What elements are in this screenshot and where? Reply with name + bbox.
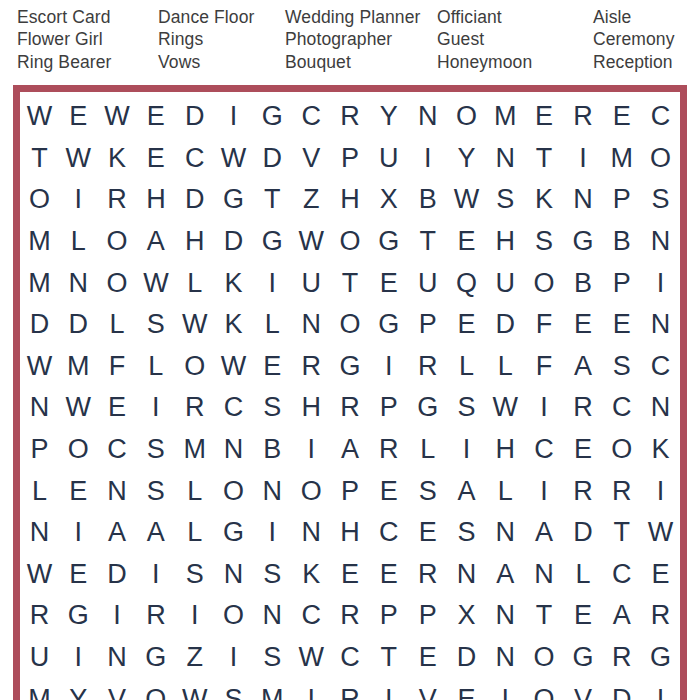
grid-cell[interactable]: U	[486, 262, 525, 304]
grid-cell[interactable]: H	[486, 221, 525, 263]
grid-cell[interactable]: E	[564, 595, 603, 637]
grid-cell[interactable]: I	[447, 429, 486, 471]
grid-cell[interactable]: A	[98, 512, 137, 554]
grid-cell[interactable]: E	[59, 554, 98, 596]
grid-cell[interactable]: N	[564, 179, 603, 221]
grid-cell[interactable]: L	[175, 512, 214, 554]
grid-cell[interactable]: C	[214, 387, 253, 429]
grid-cell[interactable]: R	[136, 595, 175, 637]
grid-cell[interactable]: R	[20, 595, 59, 637]
grid-cell[interactable]: A	[136, 512, 175, 554]
grid-cell[interactable]: R	[564, 470, 603, 512]
grid-cell[interactable]: S	[525, 221, 564, 263]
grid-cell[interactable]: E	[447, 678, 486, 700]
grid-cell[interactable]: O	[214, 470, 253, 512]
grid-cell[interactable]: C	[331, 637, 370, 679]
grid-cell[interactable]: L	[59, 221, 98, 263]
grid-cell[interactable]: N	[486, 595, 525, 637]
grid-cell[interactable]: O	[175, 346, 214, 388]
grid-cell[interactable]: W	[136, 262, 175, 304]
grid-cell[interactable]: N	[641, 304, 680, 346]
word-list-column: OfficiantGuestHoneymoon	[437, 6, 532, 73]
grid-cell[interactable]: O	[292, 470, 331, 512]
grid-cell[interactable]: W	[175, 304, 214, 346]
grid-cell[interactable]: W	[59, 387, 98, 429]
grid-cell[interactable]: W	[292, 637, 331, 679]
grid-cell[interactable]: H	[331, 512, 370, 554]
grid-cell[interactable]: O	[59, 429, 98, 471]
word-list-column: Escort CardFlower GirlRing Bearer	[17, 6, 111, 73]
grid-cell[interactable]: C	[369, 512, 408, 554]
grid-cell[interactable]: L	[447, 346, 486, 388]
word-list-item: Flower Girl	[17, 28, 111, 50]
grid-cell[interactable]: E	[408, 637, 447, 679]
grid-cell[interactable]: R	[331, 387, 370, 429]
grid-cell[interactable]: G	[369, 304, 408, 346]
grid-cell[interactable]: N	[641, 387, 680, 429]
grid-cell[interactable]: O	[525, 637, 564, 679]
grid-cell[interactable]: E	[408, 512, 447, 554]
word-list-column: Dance FloorRingsVows	[158, 6, 254, 73]
grid-cell[interactable]: G	[214, 179, 253, 221]
grid-cell[interactable]: G	[564, 221, 603, 263]
grid-cell[interactable]: S	[136, 429, 175, 471]
grid-cell[interactable]: R	[602, 470, 641, 512]
grid-cell[interactable]: R	[564, 96, 603, 138]
word-list-item: Ring Bearer	[17, 51, 111, 73]
word-list-item: Vows	[158, 51, 254, 73]
grid-cell[interactable]: P	[602, 262, 641, 304]
grid-cell[interactable]: T	[602, 512, 641, 554]
grid-cell[interactable]: I	[253, 512, 292, 554]
grid-cell[interactable]: O	[136, 678, 175, 700]
grid-cell[interactable]: K	[525, 179, 564, 221]
grid-cell[interactable]: I	[175, 595, 214, 637]
grid-cell[interactable]: O	[214, 595, 253, 637]
grid-cell[interactable]: S	[253, 387, 292, 429]
grid-cell[interactable]: M	[253, 678, 292, 700]
grid-cell[interactable]: H	[136, 179, 175, 221]
grid-cell[interactable]: P	[602, 179, 641, 221]
grid-cell[interactable]: I	[641, 470, 680, 512]
letter-grid: WEWEDIGCRYNOMERECTWKECWDVPUIYNTIMOOIRHDG…	[20, 92, 680, 700]
grid-cell[interactable]: L	[20, 470, 59, 512]
grid-cell[interactable]: O	[331, 304, 370, 346]
grid-cell[interactable]: N	[486, 138, 525, 180]
grid-cell[interactable]: U	[20, 637, 59, 679]
grid-cell[interactable]: B	[253, 429, 292, 471]
grid-cell[interactable]: L	[98, 304, 137, 346]
grid-cell[interactable]: T	[369, 637, 408, 679]
grid-cell[interactable]: R	[331, 595, 370, 637]
grid-cell[interactable]: D	[214, 221, 253, 263]
grid-cell[interactable]: D	[564, 512, 603, 554]
grid-cell[interactable]: N	[59, 262, 98, 304]
grid-cell[interactable]: L	[175, 262, 214, 304]
word-list-item: Rings	[158, 28, 254, 50]
grid-cell[interactable]: R	[331, 678, 370, 700]
grid-cell[interactable]: X	[447, 595, 486, 637]
grid-cell[interactable]: I	[292, 678, 331, 700]
grid-cell[interactable]: W	[447, 179, 486, 221]
grid-cell[interactable]: Q	[447, 262, 486, 304]
grid-cell[interactable]: L	[486, 346, 525, 388]
grid-cell[interactable]: N	[641, 221, 680, 263]
grid-cell[interactable]: S	[175, 554, 214, 596]
grid-cell[interactable]: E	[331, 554, 370, 596]
grid-cell[interactable]: I	[641, 262, 680, 304]
grid-cell[interactable]: E	[59, 470, 98, 512]
grid-cell[interactable]: I	[369, 678, 408, 700]
grid-cell[interactable]: C	[98, 429, 137, 471]
grid-cell[interactable]: C	[525, 429, 564, 471]
grid-cell[interactable]: H	[331, 179, 370, 221]
grid-cell[interactable]: R	[331, 96, 370, 138]
word-list-item: Guest	[437, 28, 532, 50]
grid-cell[interactable]: V	[98, 678, 137, 700]
grid-cell[interactable]: M	[59, 346, 98, 388]
grid-cell[interactable]: S	[214, 678, 253, 700]
word-list-item: Wedding Planner	[285, 6, 420, 28]
grid-cell[interactable]: D	[447, 637, 486, 679]
grid-cell[interactable]: K	[214, 304, 253, 346]
grid-cell[interactable]: W	[20, 554, 59, 596]
grid-cell[interactable]: L	[408, 429, 447, 471]
grid-cell[interactable]: N	[214, 554, 253, 596]
grid-cell[interactable]: C	[175, 138, 214, 180]
grid-cell[interactable]: M	[20, 262, 59, 304]
grid-cell[interactable]: V	[564, 678, 603, 700]
grid-cell[interactable]: I	[59, 179, 98, 221]
grid-cell[interactable]: O	[525, 678, 564, 700]
grid-cell[interactable]: I	[641, 678, 680, 700]
grid-cell[interactable]: A	[136, 221, 175, 263]
grid-cell[interactable]: C	[641, 96, 680, 138]
grid-cell[interactable]: G	[253, 221, 292, 263]
grid-cell[interactable]: W	[175, 678, 214, 700]
grid-cell[interactable]: Z	[292, 179, 331, 221]
grid-cell[interactable]: O	[525, 262, 564, 304]
grid-cell[interactable]: W	[486, 387, 525, 429]
grid-cell[interactable]: V	[408, 678, 447, 700]
grid-cell[interactable]: O	[20, 179, 59, 221]
grid-cell[interactable]: E	[602, 304, 641, 346]
grid-cell[interactable]: R	[292, 346, 331, 388]
grid-cell[interactable]: E	[525, 96, 564, 138]
grid-cell[interactable]: S	[641, 179, 680, 221]
grid-cell[interactable]: E	[136, 138, 175, 180]
grid-cell[interactable]: N	[525, 554, 564, 596]
grid-cell[interactable]: E	[369, 470, 408, 512]
word-list-column: Wedding PlannerPhotographerBouquet	[285, 6, 420, 73]
grid-cell[interactable]: N	[292, 304, 331, 346]
grid-cell[interactable]: E	[369, 262, 408, 304]
grid-cell[interactable]: A	[486, 554, 525, 596]
grid-cell[interactable]: N	[20, 387, 59, 429]
word-list-item: Bouquet	[285, 51, 420, 73]
word-list-item: Dance Floor	[158, 6, 254, 28]
grid-cell[interactable]: R	[98, 179, 137, 221]
grid-cell[interactable]: P	[369, 387, 408, 429]
grid-cell[interactable]: H	[486, 429, 525, 471]
grid-cell[interactable]: W	[59, 138, 98, 180]
grid-cell[interactable]: L	[486, 470, 525, 512]
grid-cell[interactable]: O	[641, 138, 680, 180]
grid-cell[interactable]: G	[369, 221, 408, 263]
grid-cell[interactable]: Y	[59, 678, 98, 700]
grid-cell[interactable]: T	[20, 138, 59, 180]
grid-cell[interactable]: K	[292, 554, 331, 596]
grid-cell[interactable]: N	[486, 512, 525, 554]
grid-cell[interactable]: I	[98, 595, 137, 637]
grid-cell[interactable]: W	[641, 512, 680, 554]
word-list-item: Escort Card	[17, 6, 111, 28]
grid-cell[interactable]: L	[136, 346, 175, 388]
grid-cell[interactable]: I	[564, 138, 603, 180]
grid-cell[interactable]: E	[564, 304, 603, 346]
grid-cell[interactable]: S	[136, 470, 175, 512]
grid-cell[interactable]: S	[136, 304, 175, 346]
grid-cell[interactable]: D	[175, 96, 214, 138]
grid-cell[interactable]: N	[447, 554, 486, 596]
grid-cell[interactable]: E	[253, 346, 292, 388]
grid-cell[interactable]: I	[253, 262, 292, 304]
grid-cell[interactable]: I	[369, 346, 408, 388]
grid-cell[interactable]: M	[602, 138, 641, 180]
grid-cell[interactable]: T	[525, 595, 564, 637]
grid-cell[interactable]: O	[602, 429, 641, 471]
grid-cell[interactable]: T	[408, 221, 447, 263]
grid-cell[interactable]: D	[486, 304, 525, 346]
grid-cell[interactable]: S	[253, 554, 292, 596]
grid-cell[interactable]: C	[641, 346, 680, 388]
grid-cell[interactable]: B	[408, 179, 447, 221]
word-search-page: Escort CardFlower GirlRing BearerDance F…	[0, 0, 700, 700]
grid-cell[interactable]: D	[253, 138, 292, 180]
grid-cell[interactable]: N	[408, 96, 447, 138]
grid-cell[interactable]: M	[20, 221, 59, 263]
grid-cell[interactable]: O	[447, 96, 486, 138]
grid-cell[interactable]: A	[525, 512, 564, 554]
grid-cell[interactable]: E	[447, 221, 486, 263]
grid-cell[interactable]: E	[369, 554, 408, 596]
grid-cell[interactable]: I	[136, 554, 175, 596]
grid-cell[interactable]: D	[602, 678, 641, 700]
word-list-column: AisleCeremonyReception	[593, 6, 675, 73]
grid-cell[interactable]: W	[214, 138, 253, 180]
grid-cell[interactable]: W	[20, 96, 59, 138]
grid-cell[interactable]: T	[331, 262, 370, 304]
grid-cell[interactable]: L	[564, 554, 603, 596]
grid-cell[interactable]: D	[98, 554, 137, 596]
grid-cell[interactable]: W	[98, 96, 137, 138]
grid-cell[interactable]: E	[602, 96, 641, 138]
grid-cell[interactable]: R	[408, 346, 447, 388]
grid-cell[interactable]: B	[602, 221, 641, 263]
grid-cell[interactable]: P	[408, 595, 447, 637]
grid-cell[interactable]: I	[214, 637, 253, 679]
grid-cell[interactable]: A	[447, 470, 486, 512]
grid-cell[interactable]: G	[214, 512, 253, 554]
grid-cell[interactable]: R	[564, 387, 603, 429]
grid-cell[interactable]: N	[20, 512, 59, 554]
grid-cell[interactable]: R	[641, 595, 680, 637]
grid-cell[interactable]: A	[564, 346, 603, 388]
grid-cell[interactable]: W	[214, 346, 253, 388]
grid-cell[interactable]: D	[175, 179, 214, 221]
grid-cell[interactable]: U	[292, 262, 331, 304]
grid-cell[interactable]: E	[641, 554, 680, 596]
grid-cell[interactable]: N	[253, 595, 292, 637]
grid-cell[interactable]: A	[331, 429, 370, 471]
grid-cell[interactable]: O	[98, 221, 137, 263]
grid-cell[interactable]: H	[292, 387, 331, 429]
grid-cell[interactable]: F	[525, 346, 564, 388]
grid-cell[interactable]: O	[331, 221, 370, 263]
grid-cell[interactable]: B	[564, 262, 603, 304]
grid-cell[interactable]: I	[292, 429, 331, 471]
grid-cell[interactable]: C	[602, 387, 641, 429]
grid-cell[interactable]: U	[408, 262, 447, 304]
word-list-item: Ceremony	[593, 28, 675, 50]
word-list: Escort CardFlower GirlRing BearerDance F…	[0, 6, 700, 78]
puzzle-grid-frame: WEWEDIGCRYNOMERECTWKECWDVPUIYNTIMOOIRHDG…	[13, 85, 687, 700]
grid-cell[interactable]: S	[486, 179, 525, 221]
grid-cell[interactable]: L	[253, 304, 292, 346]
grid-cell[interactable]: Y	[447, 138, 486, 180]
grid-cell[interactable]: D	[20, 304, 59, 346]
grid-cell[interactable]: L	[175, 470, 214, 512]
word-list-item: Aisle	[593, 6, 675, 28]
grid-cell[interactable]: R	[602, 637, 641, 679]
grid-cell[interactable]: I	[408, 138, 447, 180]
grid-cell[interactable]: W	[292, 221, 331, 263]
grid-cell[interactable]: S	[253, 637, 292, 679]
grid-cell[interactable]: U	[369, 138, 408, 180]
grid-cell[interactable]: F	[525, 304, 564, 346]
grid-cell[interactable]: P	[331, 138, 370, 180]
grid-cell[interactable]: K	[214, 262, 253, 304]
grid-cell[interactable]: C	[602, 554, 641, 596]
grid-cell[interactable]: P	[408, 304, 447, 346]
grid-cell[interactable]: K	[98, 138, 137, 180]
grid-cell[interactable]: C	[292, 595, 331, 637]
grid-cell[interactable]: I	[59, 637, 98, 679]
grid-cell[interactable]: G	[59, 595, 98, 637]
grid-cell[interactable]: E	[564, 429, 603, 471]
word-list-item: Honeymoon	[437, 51, 532, 73]
grid-cell[interactable]: K	[641, 429, 680, 471]
grid-cell[interactable]: D	[59, 304, 98, 346]
grid-cell[interactable]: H	[175, 221, 214, 263]
grid-cell[interactable]: G	[136, 637, 175, 679]
grid-cell[interactable]: M	[486, 96, 525, 138]
grid-cell[interactable]: S	[408, 470, 447, 512]
grid-cell[interactable]: N	[292, 512, 331, 554]
grid-cell[interactable]: C	[292, 96, 331, 138]
grid-cell[interactable]: E	[447, 304, 486, 346]
grid-cell[interactable]: N	[98, 637, 137, 679]
grid-cell[interactable]: T	[525, 138, 564, 180]
grid-cell[interactable]: N	[98, 470, 137, 512]
grid-cell[interactable]: N	[486, 637, 525, 679]
grid-cell[interactable]: I	[136, 387, 175, 429]
grid-cell[interactable]: S	[447, 512, 486, 554]
grid-cell[interactable]: G	[253, 96, 292, 138]
grid-cell[interactable]: G	[408, 387, 447, 429]
grid-cell[interactable]: P	[331, 470, 370, 512]
grid-cell[interactable]: E	[98, 387, 137, 429]
grid-cell[interactable]: R	[369, 429, 408, 471]
grid-cell[interactable]: R	[408, 554, 447, 596]
grid-cell[interactable]: I	[486, 678, 525, 700]
grid-cell[interactable]: V	[292, 138, 331, 180]
grid-cell[interactable]: E	[136, 96, 175, 138]
grid-cell[interactable]: I	[59, 512, 98, 554]
grid-cell[interactable]: S	[447, 387, 486, 429]
grid-cell[interactable]: R	[175, 387, 214, 429]
grid-cell[interactable]: T	[253, 179, 292, 221]
grid-cell[interactable]: M	[175, 429, 214, 471]
grid-cell[interactable]: O	[98, 262, 137, 304]
grid-cell[interactable]: N	[253, 470, 292, 512]
word-list-item: Officiant	[437, 6, 532, 28]
grid-cell[interactable]: G	[564, 637, 603, 679]
grid-cell[interactable]: F	[98, 346, 137, 388]
grid-cell[interactable]: S	[602, 346, 641, 388]
grid-cell[interactable]: G	[331, 346, 370, 388]
grid-cell[interactable]: Z	[175, 637, 214, 679]
grid-cell[interactable]: N	[214, 429, 253, 471]
grid-cell[interactable]: P	[369, 595, 408, 637]
grid-cell[interactable]: I	[525, 470, 564, 512]
grid-cell[interactable]: A	[602, 595, 641, 637]
grid-cell[interactable]: E	[59, 96, 98, 138]
grid-cell[interactable]: G	[641, 637, 680, 679]
word-list-item: Reception	[593, 51, 675, 73]
grid-cell[interactable]: X	[369, 179, 408, 221]
grid-cell[interactable]: Y	[369, 96, 408, 138]
grid-cell[interactable]: I	[214, 96, 253, 138]
grid-cell[interactable]: W	[20, 346, 59, 388]
word-list-item: Photographer	[285, 28, 420, 50]
grid-cell[interactable]: I	[525, 387, 564, 429]
grid-cell[interactable]: M	[20, 678, 59, 700]
grid-cell[interactable]: P	[20, 429, 59, 471]
